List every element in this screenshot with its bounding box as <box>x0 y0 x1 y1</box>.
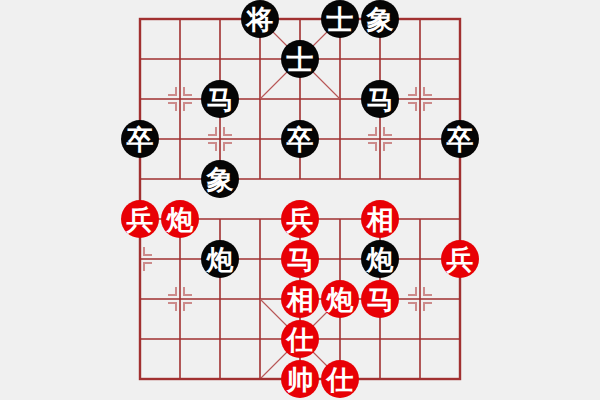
xiangqi-board[interactable]: 将士象士马马卒卒卒象兵炮兵相炮马炮兵相炮马仕帅仕 <box>120 0 480 399</box>
piece-red-advisor[interactable]: 仕 <box>281 320 319 358</box>
piece-red-cannon[interactable]: 炮 <box>161 200 199 238</box>
piece-black-general[interactable]: 将 <box>241 0 279 38</box>
piece-red-pawn[interactable]: 兵 <box>121 200 159 238</box>
piece-red-pawn[interactable]: 兵 <box>281 200 319 238</box>
piece-black-cannon[interactable]: 炮 <box>201 240 239 278</box>
xiangqi-screenshot: 将士象士马马卒卒卒象兵炮兵相炮马炮兵相炮马仕帅仕 <box>0 0 600 400</box>
piece-black-pawn[interactable]: 卒 <box>121 120 159 158</box>
piece-black-advisor[interactable]: 士 <box>321 0 359 38</box>
piece-black-advisor[interactable]: 士 <box>281 40 319 78</box>
piece-black-pawn[interactable]: 卒 <box>281 120 319 158</box>
piece-black-pawn[interactable]: 卒 <box>441 120 479 158</box>
piece-red-pawn[interactable]: 兵 <box>441 240 479 278</box>
piece-black-horse[interactable]: 马 <box>201 80 239 118</box>
piece-black-cannon[interactable]: 炮 <box>361 240 399 278</box>
piece-black-elephant[interactable]: 象 <box>361 0 399 38</box>
piece-red-general[interactable]: 帅 <box>281 360 319 398</box>
piece-black-elephant[interactable]: 象 <box>201 160 239 198</box>
piece-red-cannon[interactable]: 炮 <box>321 280 359 318</box>
piece-red-horse[interactable]: 马 <box>361 280 399 318</box>
piece-red-advisor[interactable]: 仕 <box>321 360 359 398</box>
piece-black-horse[interactable]: 马 <box>361 80 399 118</box>
piece-red-elephant[interactable]: 相 <box>361 200 399 238</box>
piece-red-horse[interactable]: 马 <box>281 240 319 278</box>
piece-red-elephant[interactable]: 相 <box>281 280 319 318</box>
